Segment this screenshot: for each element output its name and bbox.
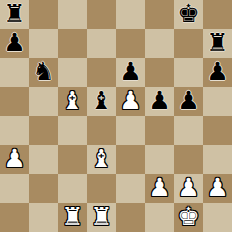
piece-black-pawn[interactable]: ♟	[3, 30, 25, 55]
square-d7[interactable]	[87, 29, 116, 58]
piece-black-king[interactable]: ♚	[177, 1, 199, 26]
square-c2[interactable]	[58, 174, 87, 203]
square-g1[interactable]: ♚	[174, 203, 203, 232]
square-f1[interactable]	[145, 203, 174, 232]
square-c4[interactable]	[58, 116, 87, 145]
square-c8[interactable]	[58, 0, 87, 29]
square-a2[interactable]	[0, 174, 29, 203]
piece-black-knight[interactable]: ♞	[32, 59, 54, 84]
square-h3[interactable]	[203, 145, 232, 174]
chess-board: ♜♚♟♜♞♟♟♝♝♟♟♟♟♝♟♟♟♜♜♚	[0, 0, 232, 232]
square-f3[interactable]	[145, 145, 174, 174]
square-e2[interactable]	[116, 174, 145, 203]
square-h4[interactable]	[203, 116, 232, 145]
square-f8[interactable]	[145, 0, 174, 29]
piece-white-pawn[interactable]: ♟	[148, 175, 170, 200]
square-e6[interactable]: ♟	[116, 58, 145, 87]
square-e7[interactable]	[116, 29, 145, 58]
square-b2[interactable]	[29, 174, 58, 203]
square-d5[interactable]: ♝	[87, 87, 116, 116]
square-b1[interactable]	[29, 203, 58, 232]
square-a3[interactable]: ♟	[0, 145, 29, 174]
square-a7[interactable]: ♟	[0, 29, 29, 58]
square-d3[interactable]: ♝	[87, 145, 116, 174]
square-a4[interactable]	[0, 116, 29, 145]
square-g6[interactable]	[174, 58, 203, 87]
piece-white-pawn[interactable]: ♟	[3, 146, 25, 171]
square-f5[interactable]: ♟	[145, 87, 174, 116]
piece-white-pawn[interactable]: ♟	[119, 88, 141, 113]
square-b4[interactable]	[29, 116, 58, 145]
square-d1[interactable]: ♜	[87, 203, 116, 232]
piece-black-pawn[interactable]: ♟	[148, 88, 170, 113]
square-b8[interactable]	[29, 0, 58, 29]
square-h2[interactable]: ♟	[203, 174, 232, 203]
square-d2[interactable]	[87, 174, 116, 203]
square-c5[interactable]: ♝	[58, 87, 87, 116]
piece-black-rook[interactable]: ♜	[206, 30, 228, 55]
square-d4[interactable]	[87, 116, 116, 145]
square-a6[interactable]	[0, 58, 29, 87]
square-b5[interactable]	[29, 87, 58, 116]
square-d6[interactable]	[87, 58, 116, 87]
square-g5[interactable]: ♟	[174, 87, 203, 116]
square-e1[interactable]	[116, 203, 145, 232]
square-h1[interactable]	[203, 203, 232, 232]
piece-black-pawn[interactable]: ♟	[206, 59, 228, 84]
square-f7[interactable]	[145, 29, 174, 58]
square-f6[interactable]	[145, 58, 174, 87]
square-b7[interactable]	[29, 29, 58, 58]
square-c3[interactable]	[58, 145, 87, 174]
piece-black-rook[interactable]: ♜	[3, 1, 25, 26]
piece-black-pawn[interactable]: ♟	[119, 59, 141, 84]
square-c1[interactable]: ♜	[58, 203, 87, 232]
square-c6[interactable]	[58, 58, 87, 87]
piece-white-bishop[interactable]: ♝	[61, 88, 83, 113]
square-b6[interactable]: ♞	[29, 58, 58, 87]
square-g2[interactable]: ♟	[174, 174, 203, 203]
square-f2[interactable]: ♟	[145, 174, 174, 203]
piece-white-bishop[interactable]: ♝	[90, 146, 112, 171]
square-e3[interactable]	[116, 145, 145, 174]
square-e5[interactable]: ♟	[116, 87, 145, 116]
square-c7[interactable]	[58, 29, 87, 58]
square-e8[interactable]	[116, 0, 145, 29]
square-g4[interactable]	[174, 116, 203, 145]
piece-white-king[interactable]: ♚	[177, 204, 199, 229]
square-g3[interactable]	[174, 145, 203, 174]
piece-white-pawn[interactable]: ♟	[177, 175, 199, 200]
square-g8[interactable]: ♚	[174, 0, 203, 29]
square-h5[interactable]	[203, 87, 232, 116]
square-b3[interactable]	[29, 145, 58, 174]
square-h6[interactable]: ♟	[203, 58, 232, 87]
square-h7[interactable]: ♜	[203, 29, 232, 58]
square-d8[interactable]	[87, 0, 116, 29]
square-h8[interactable]	[203, 0, 232, 29]
square-f4[interactable]	[145, 116, 174, 145]
square-a5[interactable]	[0, 87, 29, 116]
piece-black-pawn[interactable]: ♟	[177, 88, 199, 113]
piece-white-rook[interactable]: ♜	[90, 204, 112, 229]
square-e4[interactable]	[116, 116, 145, 145]
piece-white-rook[interactable]: ♜	[61, 204, 83, 229]
piece-white-pawn[interactable]: ♟	[206, 175, 228, 200]
square-a1[interactable]	[0, 203, 29, 232]
piece-black-bishop[interactable]: ♝	[90, 88, 112, 113]
square-g7[interactable]	[174, 29, 203, 58]
square-a8[interactable]: ♜	[0, 0, 29, 29]
